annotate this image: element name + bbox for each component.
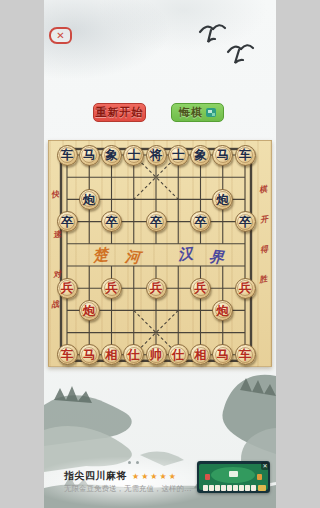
- restart-button[interactable]: 重新开始: [93, 103, 146, 122]
- piece-black-卒[interactable]: 卒: [101, 211, 122, 232]
- piece-red-兵[interactable]: 兵: [57, 278, 78, 299]
- piece-black-象[interactable]: 象: [101, 145, 122, 166]
- piece-label: 象: [194, 149, 207, 162]
- undo-button-label: 悔棋: [179, 105, 203, 120]
- piece-red-帅[interactable]: 帅: [146, 344, 167, 365]
- piece-label: 卒: [239, 216, 252, 229]
- piece-black-将[interactable]: 将: [146, 145, 167, 166]
- piece-black-士[interactable]: 士: [123, 145, 144, 166]
- undo-ad-video-icon: [206, 108, 216, 117]
- piece-black-士[interactable]: 士: [168, 145, 189, 166]
- piece-label: 帅: [150, 349, 163, 362]
- close-icon: ✕: [56, 31, 64, 41]
- restart-button-label: 重新开始: [96, 105, 144, 120]
- piece-black-炮[interactable]: 炮: [79, 189, 100, 210]
- piece-label: 炮: [217, 194, 230, 207]
- piece-red-仕[interactable]: 仕: [168, 344, 189, 365]
- piece-red-兵[interactable]: 兵: [146, 278, 167, 299]
- river-text-chu: 楚: [92, 245, 109, 265]
- piece-label: 相: [194, 349, 207, 362]
- piece-label: 兵: [105, 282, 118, 295]
- board-edge-calligraphy: 对: [52, 268, 61, 280]
- piece-label: 卒: [150, 216, 163, 229]
- board-edge-calligraphy: 开: [259, 213, 268, 225]
- piece-label: 兵: [194, 282, 207, 295]
- ad-pagination-dots: [128, 461, 139, 464]
- piece-label: 炮: [83, 194, 96, 207]
- piece-black-象[interactable]: 象: [190, 145, 211, 166]
- piece-label: 车: [239, 149, 252, 162]
- piece-red-兵[interactable]: 兵: [101, 278, 122, 299]
- birds-illustration: [192, 16, 256, 72]
- piece-black-马[interactable]: 马: [79, 145, 100, 166]
- board-edge-calligraphy: 快: [50, 188, 59, 200]
- ad-close-icon[interactable]: ✕: [261, 462, 269, 470]
- ad-title: 指尖四川麻将: [64, 469, 127, 483]
- piece-red-车[interactable]: 车: [235, 344, 256, 365]
- piece-label: 象: [105, 149, 118, 162]
- piece-label: 将: [150, 149, 163, 162]
- piece-label: 仕: [172, 349, 185, 362]
- piece-black-卒[interactable]: 卒: [235, 211, 256, 232]
- piece-black-马[interactable]: 马: [212, 145, 233, 166]
- piece-red-兵[interactable]: 兵: [235, 278, 256, 299]
- piece-label: 车: [61, 349, 74, 362]
- piece-label: 兵: [61, 282, 74, 295]
- piece-red-炮[interactable]: 炮: [79, 300, 100, 321]
- piece-label: 兵: [150, 282, 163, 295]
- river-text-jie: 界: [208, 247, 225, 267]
- piece-black-卒[interactable]: 卒: [146, 211, 167, 232]
- undo-button[interactable]: 悔棋: [171, 103, 224, 122]
- piece-label: 卒: [194, 216, 207, 229]
- piece-black-炮[interactable]: 炮: [212, 189, 233, 210]
- ad-subtitle: 无限金豆免费送，无需充值，这样的…: [64, 484, 199, 494]
- piece-label: 卒: [61, 216, 74, 229]
- board-edge-calligraphy: 棋: [258, 183, 267, 195]
- river-text-he: 河: [124, 247, 141, 267]
- piece-label: 车: [239, 349, 252, 362]
- piece-red-兵[interactable]: 兵: [190, 278, 211, 299]
- board-edge-calligraphy: 速: [52, 228, 61, 240]
- piece-black-卒[interactable]: 卒: [57, 211, 78, 232]
- piece-label: 相: [105, 349, 118, 362]
- piece-red-马[interactable]: 马: [79, 344, 100, 365]
- piece-label: 士: [172, 149, 185, 162]
- piece-label: 马: [83, 149, 96, 162]
- piece-label: 士: [128, 149, 141, 162]
- close-button[interactable]: ✕: [49, 27, 72, 44]
- ad-rating-stars: ★★★★★: [132, 472, 178, 481]
- app-screen: ✕ 重新开始 悔棋 楚 河 汉 界 快 速 对 战 棋 开 得 胜 车马象士将: [44, 0, 276, 508]
- piece-label: 仕: [128, 349, 141, 362]
- piece-label: 马: [83, 349, 96, 362]
- ad-banner[interactable]: 指尖四川麻将 ★★★★★ 无限金豆免费送，无需充值，这样的…: [44, 450, 276, 508]
- xiangqi-board[interactable]: 楚 河 汉 界 快 速 对 战 棋 开 得 胜 车马象士将士象马车炮炮卒卒卒卒卒…: [48, 140, 272, 367]
- piece-label: 马: [217, 149, 230, 162]
- piece-label: 炮: [83, 305, 96, 318]
- piece-red-车[interactable]: 车: [57, 344, 78, 365]
- piece-label: 车: [61, 149, 74, 162]
- mahjong-thumbnail-art: [197, 461, 270, 493]
- board-edge-calligraphy: 得: [259, 243, 268, 255]
- board-edge-calligraphy: 战: [50, 298, 59, 310]
- piece-red-炮[interactable]: 炮: [212, 300, 233, 321]
- piece-label: 马: [217, 349, 230, 362]
- river-text-han: 汉: [177, 244, 194, 264]
- piece-black-车[interactable]: 车: [235, 145, 256, 166]
- board-edge-calligraphy: 胜: [258, 273, 267, 285]
- board-grid: [49, 141, 273, 368]
- piece-black-卒[interactable]: 卒: [190, 211, 211, 232]
- piece-label: 兵: [239, 282, 252, 295]
- ad-video-thumbnail[interactable]: ✕: [197, 461, 270, 493]
- piece-label: 卒: [105, 216, 118, 229]
- piece-label: 炮: [217, 305, 230, 318]
- piece-black-车[interactable]: 车: [57, 145, 78, 166]
